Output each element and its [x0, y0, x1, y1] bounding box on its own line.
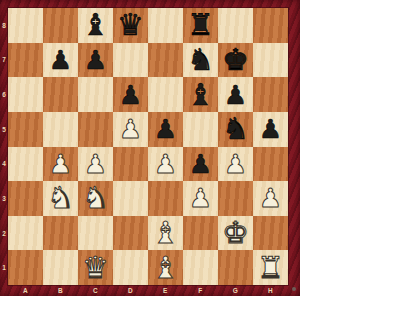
square-e7[interactable]	[148, 43, 183, 78]
square-f1[interactable]	[183, 250, 218, 285]
rank-label-7: 7	[0, 43, 8, 78]
square-f7[interactable]: ♞	[183, 43, 218, 78]
piece-bP-f4: ♟	[189, 147, 212, 181]
square-h6[interactable]	[253, 77, 288, 112]
square-b8[interactable]	[43, 8, 78, 43]
piece-wP-e4: ♟	[154, 147, 177, 181]
square-f5[interactable]	[183, 112, 218, 147]
file-label-g: G	[218, 285, 253, 296]
board-frame: ♝♛♜♟♟♞♚♟♝♟♟♟♞♟♟♟♟♟♟♞♞♟♟♝♚♛♝♜ ABCDEFGH 87…	[0, 0, 300, 296]
piece-bK-g7: ♚	[222, 43, 249, 77]
square-e1[interactable]: ♝	[148, 250, 183, 285]
square-e6[interactable]	[148, 77, 183, 112]
rank-label-6: 6	[0, 77, 8, 112]
square-h2[interactable]	[253, 216, 288, 251]
square-e3[interactable]	[148, 181, 183, 216]
piece-wN-b3: ♞	[47, 181, 74, 215]
file-label-a: A	[8, 285, 43, 296]
piece-wP-c4: ♟	[84, 147, 107, 181]
square-g7[interactable]: ♚	[218, 43, 253, 78]
square-d4[interactable]	[113, 147, 148, 182]
square-b1[interactable]	[43, 250, 78, 285]
square-c7[interactable]: ♟	[78, 43, 113, 78]
square-d5[interactable]: ♟	[113, 112, 148, 147]
piece-bB-c8: ♝	[82, 8, 109, 42]
square-e8[interactable]	[148, 8, 183, 43]
piece-wR-h1: ♜	[257, 251, 284, 285]
piece-wK-g2: ♚	[222, 216, 249, 250]
piece-wB-e1: ♝	[152, 251, 179, 285]
piece-bP-b7: ♟	[49, 43, 72, 77]
square-d3[interactable]	[113, 181, 148, 216]
rank-label-4: 4	[0, 147, 8, 182]
file-label-h: H	[253, 285, 288, 296]
file-label-f: F	[183, 285, 218, 296]
piece-wP-g4: ♟	[224, 147, 247, 181]
square-a2[interactable]	[8, 216, 43, 251]
rank-label-8: 8	[0, 8, 8, 43]
square-g6[interactable]: ♟	[218, 77, 253, 112]
square-f8[interactable]: ♜	[183, 8, 218, 43]
square-c4[interactable]: ♟	[78, 147, 113, 182]
square-f3[interactable]: ♟	[183, 181, 218, 216]
square-h7[interactable]	[253, 43, 288, 78]
square-d6[interactable]: ♟	[113, 77, 148, 112]
piece-wB-e2: ♝	[152, 216, 179, 250]
chess-board: ♝♛♜♟♟♞♚♟♝♟♟♟♞♟♟♟♟♟♟♞♞♟♟♝♚♛♝♜	[8, 8, 288, 285]
rank-label-2: 2	[0, 216, 8, 251]
square-a3[interactable]	[8, 181, 43, 216]
square-g1[interactable]	[218, 250, 253, 285]
square-h3[interactable]: ♟	[253, 181, 288, 216]
square-g4[interactable]: ♟	[218, 147, 253, 182]
rank-label-1: 1	[0, 250, 8, 285]
square-h5[interactable]: ♟	[253, 112, 288, 147]
square-d7[interactable]	[113, 43, 148, 78]
square-b2[interactable]	[43, 216, 78, 251]
square-b6[interactable]	[43, 77, 78, 112]
square-a8[interactable]	[8, 8, 43, 43]
piece-wP-f3: ♟	[189, 181, 212, 215]
square-e5[interactable]: ♟	[148, 112, 183, 147]
file-label-b: B	[43, 285, 78, 296]
square-c5[interactable]	[78, 112, 113, 147]
square-d2[interactable]	[113, 216, 148, 251]
square-b3[interactable]: ♞	[43, 181, 78, 216]
square-e2[interactable]: ♝	[148, 216, 183, 251]
square-b7[interactable]: ♟	[43, 43, 78, 78]
piece-wQ-c1: ♛	[82, 251, 109, 285]
file-label-d: D	[113, 285, 148, 296]
square-f4[interactable]: ♟	[183, 147, 218, 182]
rank-label-5: 5	[0, 112, 8, 147]
file-label-e: E	[148, 285, 183, 296]
square-e4[interactable]: ♟	[148, 147, 183, 182]
square-g8[interactable]	[218, 8, 253, 43]
square-c2[interactable]	[78, 216, 113, 251]
square-c8[interactable]: ♝	[78, 8, 113, 43]
square-g3[interactable]	[218, 181, 253, 216]
piece-bP-e5: ♟	[154, 112, 177, 146]
square-b4[interactable]: ♟	[43, 147, 78, 182]
piece-bP-d6: ♟	[119, 78, 142, 112]
file-label-c: C	[78, 285, 113, 296]
piece-bP-g6: ♟	[224, 78, 247, 112]
square-c1[interactable]: ♛	[78, 250, 113, 285]
piece-bB-f6: ♝	[187, 78, 214, 112]
square-d1[interactable]	[113, 250, 148, 285]
square-d8[interactable]: ♛	[113, 8, 148, 43]
square-c3[interactable]: ♞	[78, 181, 113, 216]
square-g2[interactable]: ♚	[218, 216, 253, 251]
rank-label-3: 3	[0, 181, 8, 216]
square-h1[interactable]: ♜	[253, 250, 288, 285]
piece-wP-d5: ♟	[119, 112, 142, 146]
piece-bN-f7: ♞	[187, 43, 214, 77]
square-g5[interactable]: ♞	[218, 112, 253, 147]
square-a1[interactable]	[8, 250, 43, 285]
square-f2[interactable]	[183, 216, 218, 251]
square-a7[interactable]	[8, 43, 43, 78]
square-h8[interactable]	[253, 8, 288, 43]
square-a5[interactable]	[8, 112, 43, 147]
square-a6[interactable]	[8, 77, 43, 112]
piece-bR-f8: ♜	[187, 8, 214, 42]
square-b5[interactable]	[43, 112, 78, 147]
piece-bP-c7: ♟	[84, 43, 107, 77]
square-c6[interactable]	[78, 77, 113, 112]
piece-wP-h3: ♟	[259, 181, 282, 215]
piece-wN-c3: ♞	[82, 181, 109, 215]
piece-wP-b4: ♟	[49, 147, 72, 181]
square-a4[interactable]	[8, 147, 43, 182]
piece-bP-h5: ♟	[259, 112, 282, 146]
piece-bQ-d8: ♛	[117, 8, 144, 42]
square-h4[interactable]	[253, 147, 288, 182]
piece-bN-g5: ♞	[222, 112, 249, 146]
frame-corner-dot	[292, 287, 296, 291]
square-f6[interactable]: ♝	[183, 77, 218, 112]
